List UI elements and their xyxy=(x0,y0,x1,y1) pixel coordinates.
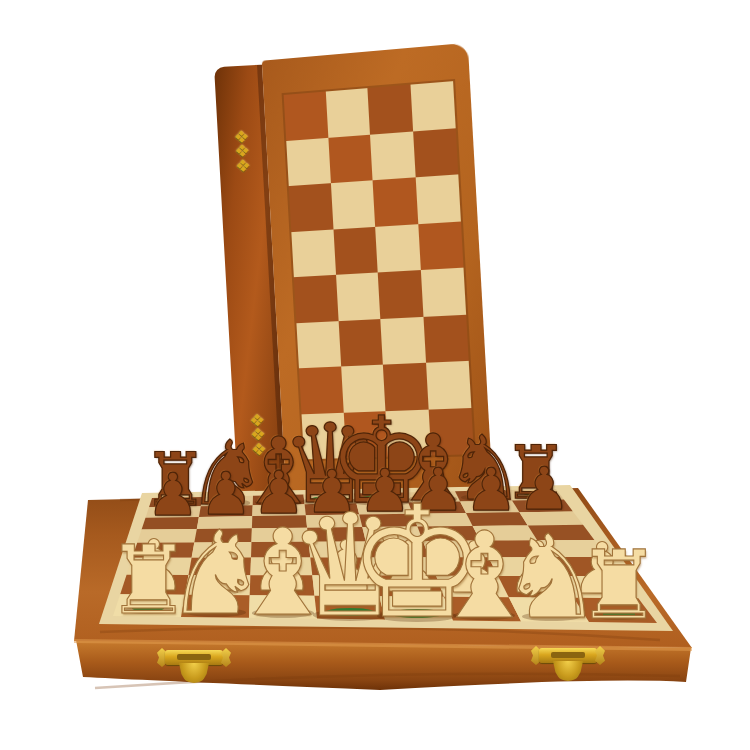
clasp-bar xyxy=(539,648,597,663)
piece-white-rook[interactable]: ♜ xyxy=(576,538,661,633)
clasp-icon[interactable] xyxy=(529,646,607,686)
clasp-bar xyxy=(165,650,223,665)
clasp-tab xyxy=(553,661,583,681)
clasp-icon[interactable] xyxy=(155,648,233,688)
scene: ❖ ❖ ❖ ❖ ❖ ❖ ♜♞♝♛♚♝♞♜♟♟♟♟♟♟♟♟♟♟♟♟♟♟♟♟♜♞♝♛… xyxy=(0,0,750,750)
open-chess-board: ♜♞♝♛♚♝♞♜♟♟♟♟♟♟♟♟♟♟♟♟♟♟♟♟♜♞♝♛♚♝♞♜ xyxy=(0,0,750,750)
clasp-tab xyxy=(179,663,209,683)
pieces-layer: ♜♞♝♛♚♝♞♜♟♟♟♟♟♟♟♟♟♟♟♟♟♟♟♟♜♞♝♛♚♝♞♜ xyxy=(0,0,750,750)
